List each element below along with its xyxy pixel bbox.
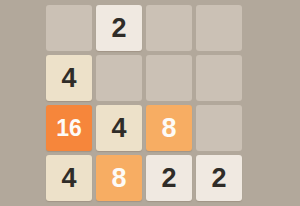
- empty-cell-r1c2: [146, 55, 192, 101]
- game-2048-screen: 2416484822: [0, 0, 300, 206]
- tile-8-r3c1: 8: [96, 155, 142, 201]
- tile-4-r1c0: 4: [46, 55, 92, 101]
- tile-4-r3c0: 4: [46, 155, 92, 201]
- empty-cell-r2c3: [196, 105, 242, 151]
- tile-2-r3c2: 2: [146, 155, 192, 201]
- board-2048[interactable]: 2416484822: [46, 5, 242, 201]
- empty-cell-r0c0: [46, 5, 92, 51]
- empty-cell-r0c2: [146, 5, 192, 51]
- empty-cell-r1c3: [196, 55, 242, 101]
- tile-16-r2c0: 16: [46, 105, 92, 151]
- empty-cell-r1c1: [96, 55, 142, 101]
- tile-4-r2c1: 4: [96, 105, 142, 151]
- empty-cell-r0c3: [196, 5, 242, 51]
- tile-2-r0c1: 2: [96, 5, 142, 51]
- tile-2-r3c3: 2: [196, 155, 242, 201]
- tile-8-r2c2: 8: [146, 105, 192, 151]
